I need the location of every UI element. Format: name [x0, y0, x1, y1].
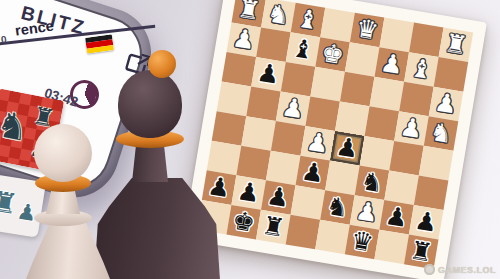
black-pawn-piece[interactable]: ♟ [409, 205, 444, 240]
square-r2c8[interactable] [434, 57, 469, 92]
white-rook-piece[interactable]: ♜ [439, 28, 474, 63]
square-r4c8[interactable]: ♞ [424, 116, 459, 151]
square-r5c8[interactable] [419, 146, 454, 181]
watermark-text: GAMES.LOL [438, 265, 496, 275]
white-pawn-piece[interactable]: ♟ [429, 87, 464, 122]
square-r6c8[interactable] [414, 175, 449, 210]
chess-board-frame: ♜♞♝♛♜♟♝♚♟♝♟♟♟♟♞♟♟♟♞♟♟♟♞♟♟♟♚♜♛♜ [183, 0, 487, 279]
white-knight-piece[interactable]: ♞ [424, 116, 459, 151]
square-r7c8[interactable]: ♟ [409, 205, 444, 240]
player-rating-fragment: 0 [0, 34, 7, 46]
watermark-logo-icon [424, 264, 435, 275]
orange-finial [148, 50, 176, 78]
square-r1c8[interactable]: ♜ [439, 28, 474, 63]
white-pawn-figurine [18, 122, 118, 279]
chess-board: ♜♞♝♛♜♟♝♚♟♝♟♟♟♟♞♟♟♟♞♟♟♟♞♟♟♟♚♜♛♜ [197, 0, 473, 269]
watermark: GAMES.LOL [424, 264, 496, 275]
promo-canvas: BLITZ rence 0 03:42 ♞ ♜ ♟ ♜ ♟ ♜♞♝♛♜♟♝♚♟♝… [0, 0, 500, 279]
square-r3c8[interactable]: ♟ [429, 87, 464, 122]
